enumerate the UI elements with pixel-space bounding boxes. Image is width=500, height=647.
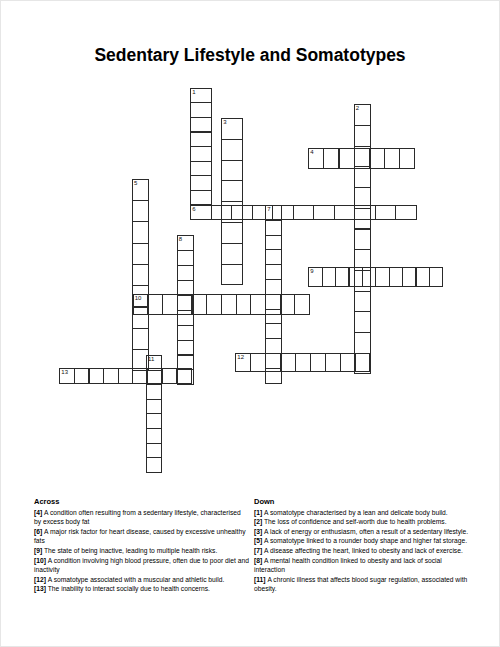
crossword-cell[interactable]: 1 [190, 88, 212, 104]
crossword-cell[interactable] [416, 267, 430, 287]
crossword-cell[interactable] [176, 368, 192, 383]
crossword-cell[interactable] [280, 294, 296, 315]
crossword-cell[interactable] [354, 125, 371, 147]
crossword-cell[interactable] [335, 267, 349, 287]
clue-number: 6 [192, 206, 195, 212]
crossword-cell[interactable] [221, 222, 243, 244]
crossword-cell[interactable]: 6 [190, 205, 212, 220]
crossword-cell[interactable] [132, 264, 149, 286]
crossword-cell[interactable]: 5 [132, 179, 149, 201]
crossword-cell[interactable] [132, 328, 149, 350]
crossword-cell[interactable] [340, 353, 356, 372]
across-clues-section: Across [4] A condition often resulting f… [34, 497, 249, 594]
crossword-cell[interactable] [190, 117, 212, 133]
across-clue: [12] A somatotype associated with a musc… [34, 575, 249, 585]
down-clue: [1] A somatotype characterised by a lean… [254, 508, 469, 518]
clue-number: 12 [237, 354, 244, 360]
crossword-cell[interactable] [132, 368, 148, 383]
crossword-cell[interactable] [190, 102, 212, 118]
down-header: Down [254, 497, 469, 507]
crossword-cell[interactable] [147, 368, 163, 383]
across-clue: [9] The state of being inactive, leading… [34, 546, 249, 556]
crossword-cell[interactable] [250, 353, 266, 372]
crossword-cell[interactable] [325, 353, 341, 372]
across-clue: [4] A condition often resulting from a s… [34, 508, 249, 527]
across-clue: [10] A condition involving high blood pr… [34, 556, 249, 575]
down-clue: [8] A mental health condition linked to … [254, 556, 469, 575]
crossword-cell[interactable] [402, 267, 416, 287]
crossword-cell[interactable] [74, 368, 90, 383]
crossword-cell[interactable] [375, 267, 389, 287]
crossword-cell[interactable] [132, 200, 149, 222]
crossword-cell[interactable] [221, 180, 243, 202]
crossword-cell[interactable] [294, 294, 310, 315]
crossword-cell[interactable] [177, 340, 194, 356]
crossword-cell[interactable] [177, 250, 194, 266]
crossword-cell[interactable] [221, 139, 243, 161]
crossword-cell[interactable] [265, 338, 282, 354]
crossword-cell[interactable]: 12 [235, 353, 251, 372]
crossword-cell[interactable]: 3 [221, 118, 243, 140]
crossword-cell[interactable] [265, 235, 282, 251]
crossword-cell[interactable] [147, 294, 163, 315]
crossword-cell[interactable] [250, 294, 266, 315]
crossword-cell[interactable] [293, 205, 315, 220]
crossword-cell[interactable] [221, 243, 243, 265]
crossword-cell[interactable] [310, 353, 326, 372]
down-clue-list: [1] A somatotype characterised by a lean… [254, 508, 469, 594]
crossword-cell[interactable] [265, 220, 282, 236]
down-clue: [7] A disease affecting the heart, linke… [254, 546, 469, 556]
crossword-cell[interactable] [177, 325, 194, 341]
crossword-cell[interactable]: 7 [265, 205, 282, 221]
crossword-cell[interactable] [190, 132, 212, 148]
crossword-cell[interactable]: 4 [308, 148, 324, 169]
crossword-cell[interactable] [146, 384, 162, 400]
crossword-cell[interactable] [280, 353, 296, 372]
clue-number: 5 [134, 180, 137, 186]
crossword-cell[interactable] [295, 353, 311, 372]
crossword-cell[interactable] [146, 413, 162, 429]
crossword-cell[interactable] [399, 148, 415, 169]
crossword-cell[interactable] [162, 294, 178, 315]
crossword-cell[interactable] [177, 294, 193, 315]
across-clue: [13] The inability to interact socially … [34, 584, 249, 594]
down-clue: [2] The loss of confidence and self-wort… [254, 517, 469, 527]
crossword-cell[interactable] [334, 205, 356, 220]
crossword-cell[interactable] [265, 249, 282, 265]
crossword-cell[interactable] [132, 243, 149, 265]
clue-number: 3 [223, 119, 226, 125]
crossword-cell[interactable]: 2 [354, 104, 371, 126]
crossword-page: Sedentary Lifestyle and Somatotypes 1234… [0, 0, 500, 647]
down-clue: [3] A lack of energy or enthusiasm, ofte… [254, 527, 469, 537]
crossword-cell[interactable] [265, 353, 281, 372]
crossword-cell[interactable] [354, 311, 371, 333]
clue-number: 13 [61, 369, 68, 375]
crossword-cell[interactable] [221, 264, 243, 286]
crossword-cell[interactable] [146, 457, 162, 473]
crossword-cell[interactable] [354, 205, 376, 220]
clue-number: 11 [148, 356, 154, 362]
crossword-cell[interactable] [362, 267, 376, 287]
crossword-cell[interactable] [265, 264, 282, 280]
across-header: Across [34, 497, 249, 507]
crossword-cell[interactable] [349, 267, 363, 287]
crossword-cell[interactable] [221, 294, 237, 315]
crossword-cell[interactable] [265, 279, 282, 295]
across-clue: [6] A major risk factor for heart diseas… [34, 527, 249, 546]
crossword-cell[interactable] [384, 148, 400, 169]
crossword-cell[interactable] [265, 323, 282, 339]
crossword-cell[interactable] [369, 148, 385, 169]
crossword-cell[interactable] [231, 205, 253, 220]
crossword-cell[interactable] [103, 368, 119, 383]
crossword-cell[interactable] [354, 229, 371, 251]
clue-number: 1 [192, 89, 195, 95]
clue-number: 4 [310, 149, 313, 155]
crossword-cell[interactable] [118, 368, 134, 383]
crossword-cell[interactable] [389, 267, 403, 287]
crossword-cell[interactable] [211, 205, 233, 220]
down-clue: [11] A chronic illness that affects bloo… [254, 575, 469, 594]
crossword-grid: 12345678910111213 [1, 1, 500, 501]
crossword-cell[interactable] [354, 148, 370, 169]
crossword-cell[interactable] [322, 267, 336, 287]
clue-number: 10 [135, 295, 142, 301]
crossword-cell[interactable] [236, 294, 252, 315]
crossword-cell[interactable] [429, 267, 443, 287]
crossword-cell[interactable] [339, 148, 355, 169]
crossword-cell[interactable] [323, 148, 339, 169]
crossword-cell[interactable]: 8 [177, 235, 194, 251]
crossword-cell[interactable] [192, 294, 208, 315]
crossword-cell[interactable] [89, 368, 105, 383]
crossword-cell[interactable] [221, 160, 243, 182]
crossword-cell[interactable] [206, 294, 222, 315]
crossword-cell[interactable]: 9 [308, 267, 322, 287]
crossword-cell[interactable] [354, 291, 371, 313]
crossword-cell[interactable]: 10 [133, 294, 149, 315]
crossword-cell[interactable] [146, 399, 162, 415]
crossword-cell[interactable] [190, 175, 212, 191]
crossword-cell[interactable] [265, 294, 281, 315]
crossword-cell[interactable] [190, 161, 212, 177]
crossword-cell[interactable] [190, 146, 212, 162]
crossword-cell[interactable] [354, 332, 371, 354]
crossword-cell[interactable] [162, 368, 178, 383]
clue-number: 8 [179, 236, 182, 242]
clue-number: 2 [356, 105, 359, 111]
crossword-cell[interactable] [177, 265, 194, 281]
clue-number: 9 [310, 268, 313, 274]
down-clue: [5] A somatotype linked to a rounder bod… [254, 536, 469, 546]
clue-number: 7 [267, 206, 270, 212]
across-clue-list: [4] A condition often resulting from a s… [34, 508, 249, 594]
down-clues-section: Down [1] A somatotype characterised by a… [254, 497, 469, 594]
crossword-cell[interactable] [190, 190, 212, 206]
crossword-cell[interactable] [354, 166, 371, 188]
crossword-cell[interactable] [395, 205, 417, 220]
crossword-cell[interactable]: 13 [59, 368, 75, 383]
crossword-cell[interactable] [313, 205, 335, 220]
crossword-cell[interactable] [355, 353, 371, 372]
crossword-cell[interactable] [132, 221, 149, 243]
crossword-cell[interactable] [375, 205, 397, 220]
crossword-cell[interactable] [146, 428, 162, 444]
crossword-cell[interactable] [146, 443, 162, 459]
